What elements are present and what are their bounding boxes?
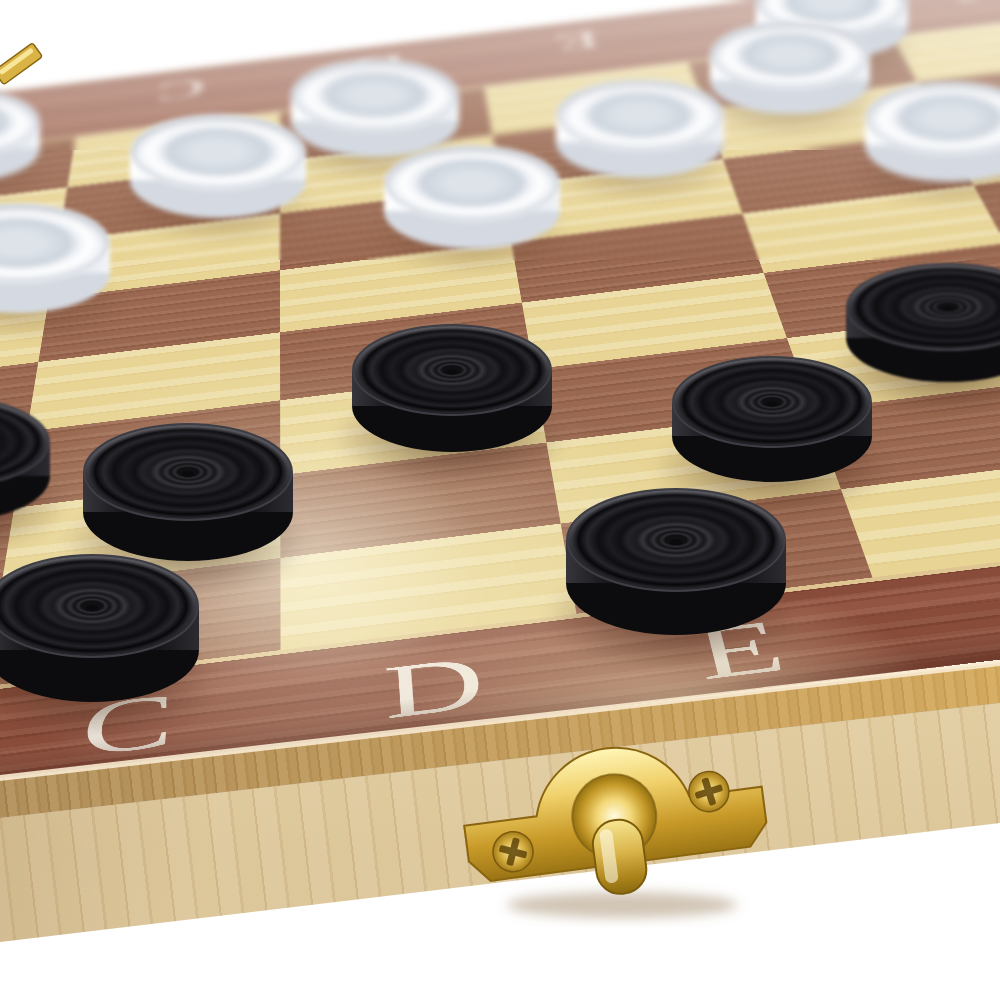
hinge-icon	[0, 28, 60, 98]
clasp-shadow	[507, 892, 737, 918]
checkers-photo-scene: ABCDEFGH ABCDEFGH	[0, 0, 1000, 1000]
depth-blur-haze	[0, 0, 1000, 150]
depth-blur-haze	[0, 260, 1000, 350]
clasp	[452, 742, 782, 927]
depth-blur-haze	[0, 150, 1000, 260]
